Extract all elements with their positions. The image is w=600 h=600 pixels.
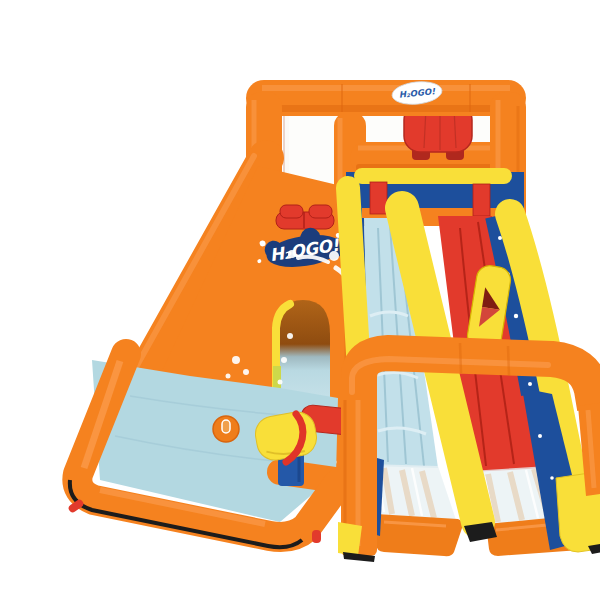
frame-top-bar bbox=[246, 80, 526, 116]
splash-lane-left-base bbox=[376, 514, 463, 556]
wall-doorway bbox=[276, 300, 330, 398]
pool-ball bbox=[213, 416, 239, 442]
arch-left-foot bbox=[338, 522, 362, 556]
product-photo: H₂OGO! H₂OGO! bbox=[40, 16, 600, 600]
